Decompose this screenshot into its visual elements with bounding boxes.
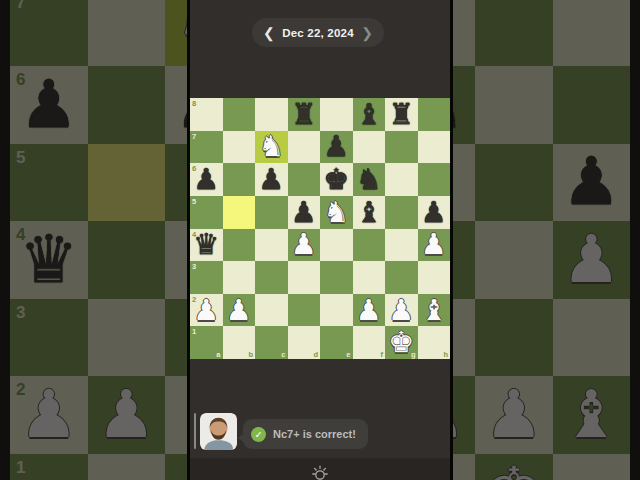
square-f2[interactable]: ♟ [353,294,386,327]
square-b4[interactable] [223,229,256,262]
rank-label-2: 2 [192,295,196,304]
screenshot-stage: 8♜♝♜7♞♟6♟♟♚♞5♟♞♝♟4♛♟♟32♟♟♟♟♝1abcdefg♚h ❮… [0,0,640,480]
piece-white-knight-c7[interactable]: ♞ [258,132,284,161]
square-d1[interactable]: d [288,326,321,359]
square-c5[interactable] [255,196,288,229]
piece-black-pawn-c6[interactable]: ♟ [258,165,284,194]
date-navigator: ❮ Dec 22, 2024 ❯ [252,18,384,47]
square-c1[interactable]: c [255,326,288,359]
rank-label-1: 1 [192,327,196,336]
piece-white-pawn-h4[interactable]: ♟ [421,230,447,259]
feedback-message: Nc7+ is correct! [273,428,356,440]
square-e8[interactable] [320,98,353,131]
piece-white-pawn-d4[interactable]: ♟ [291,230,317,259]
bottom-control-bar [190,458,450,480]
square-h4[interactable]: ♟ [418,229,451,262]
square-c3[interactable] [255,261,288,294]
square-c4[interactable] [255,229,288,262]
file-label-g: g [411,350,416,359]
rank-label-6: 6 [192,164,196,173]
square-a6[interactable]: 6♟ [190,163,223,196]
square-f6[interactable]: ♞ [353,163,386,196]
piece-white-knight-e5[interactable]: ♞ [323,198,349,227]
square-g6[interactable] [385,163,418,196]
piece-white-pawn-b2[interactable]: ♟ [226,296,252,325]
square-f1[interactable]: f [353,326,386,359]
square-a1[interactable]: 1a [190,326,223,359]
file-label-a: a [216,350,220,359]
square-b1[interactable]: b [223,326,256,359]
correct-check-icon: ✓ [251,427,266,442]
previous-day-chevron-icon[interactable]: ❮ [263,26,275,40]
square-e5[interactable]: ♞ [320,196,353,229]
square-b2[interactable]: ♟ [223,294,256,327]
piece-black-king-e6[interactable]: ♚ [323,165,349,194]
square-e7[interactable]: ♟ [320,131,353,164]
piece-white-pawn-f2[interactable]: ♟ [356,296,382,325]
piece-white-pawn-g2[interactable]: ♟ [388,296,414,325]
piece-black-knight-f6[interactable]: ♞ [356,165,382,194]
square-a7[interactable]: 7 [190,131,223,164]
square-b7[interactable] [223,131,256,164]
piece-black-bishop-f5[interactable]: ♝ [356,198,382,227]
file-label-d: d [313,350,318,359]
rank-label-8: 8 [192,99,196,108]
file-label-b: b [248,350,253,359]
square-h8[interactable] [418,98,451,131]
file-label-h: h [443,350,448,359]
square-c8[interactable] [255,98,288,131]
square-d7[interactable] [288,131,321,164]
square-g7[interactable] [385,131,418,164]
square-e2[interactable] [320,294,353,327]
piece-black-pawn-d5[interactable]: ♟ [291,198,317,227]
square-g4[interactable] [385,229,418,262]
scrollbar[interactable] [194,413,196,449]
square-d3[interactable] [288,261,321,294]
rank-label-3: 3 [192,262,196,271]
square-c6[interactable]: ♟ [255,163,288,196]
square-d6[interactable] [288,163,321,196]
file-label-f: f [381,350,384,359]
square-g2[interactable]: ♟ [385,294,418,327]
square-g5[interactable] [385,196,418,229]
square-b6[interactable] [223,163,256,196]
square-f7[interactable] [353,131,386,164]
square-h2[interactable]: ♝ [418,294,451,327]
square-f4[interactable] [353,229,386,262]
square-e4[interactable] [320,229,353,262]
piece-black-bishop-f8[interactable]: ♝ [356,100,382,129]
square-h7[interactable] [418,131,451,164]
piece-black-queen-a4[interactable]: ♛ [193,230,219,259]
rank-label-7: 7 [192,132,196,141]
feedback-bubble: ✓ Nc7+ is correct! [243,419,368,449]
rank-label-4: 4 [192,230,196,239]
rank-label-5: 5 [192,197,196,206]
piece-black-pawn-a6[interactable]: ♟ [193,165,219,194]
square-g8[interactable]: ♜ [385,98,418,131]
square-h6[interactable] [418,163,451,196]
square-c2[interactable] [255,294,288,327]
square-h3[interactable] [418,261,451,294]
piece-black-rook-g8[interactable]: ♜ [388,100,414,129]
square-f8[interactable]: ♝ [353,98,386,131]
coach-avatar-image [200,413,237,450]
square-a2[interactable]: 2♟ [190,294,223,327]
file-label-c: c [281,350,285,359]
square-a5[interactable]: 5 [190,196,223,229]
square-b8[interactable] [223,98,256,131]
piece-white-bishop-h2[interactable]: ♝ [421,296,447,325]
square-f3[interactable] [353,261,386,294]
square-b3[interactable] [223,261,256,294]
piece-black-pawn-e7[interactable]: ♟ [323,132,349,161]
square-h1[interactable]: h [418,326,451,359]
puzzle-board[interactable]: 8♜♝♜7♞♟6♟♟♚♞5♟♞♝♟4♛♟♟32♟♟♟♟♝1abcdefg♚h [190,98,450,359]
hint-lightbulb-icon[interactable] [310,462,330,480]
piece-black-pawn-h5[interactable]: ♟ [421,198,447,227]
puzzle-date-label: Dec 22, 2024 [282,27,353,39]
piece-white-pawn-a2[interactable]: ♟ [193,296,219,325]
square-d4[interactable]: ♟ [288,229,321,262]
square-h5[interactable]: ♟ [418,196,451,229]
square-e1[interactable]: e [320,326,353,359]
square-c7[interactable]: ♞ [255,131,288,164]
square-g1[interactable]: g♚ [385,326,418,359]
square-g3[interactable] [385,261,418,294]
square-f5[interactable]: ♝ [353,196,386,229]
square-b5[interactable] [223,196,256,229]
square-e6[interactable]: ♚ [320,163,353,196]
next-day-chevron-icon[interactable]: ❯ [361,26,373,40]
square-d8[interactable]: ♜ [288,98,321,131]
square-a3[interactable]: 3 [190,261,223,294]
piece-black-rook-d8[interactable]: ♜ [291,100,317,129]
phone-screen: ❮ Dec 22, 2024 ❯ 8♜♝♜7♞♟6♟♟♚♞5♟♞♝♟4♛♟♟32… [187,0,453,480]
square-d5[interactable]: ♟ [288,196,321,229]
square-a4[interactable]: 4♛ [190,229,223,262]
square-d2[interactable] [288,294,321,327]
coach-avatar [200,413,237,450]
square-e3[interactable] [320,261,353,294]
file-label-e: e [346,350,350,359]
square-a8[interactable]: 8 [190,98,223,131]
